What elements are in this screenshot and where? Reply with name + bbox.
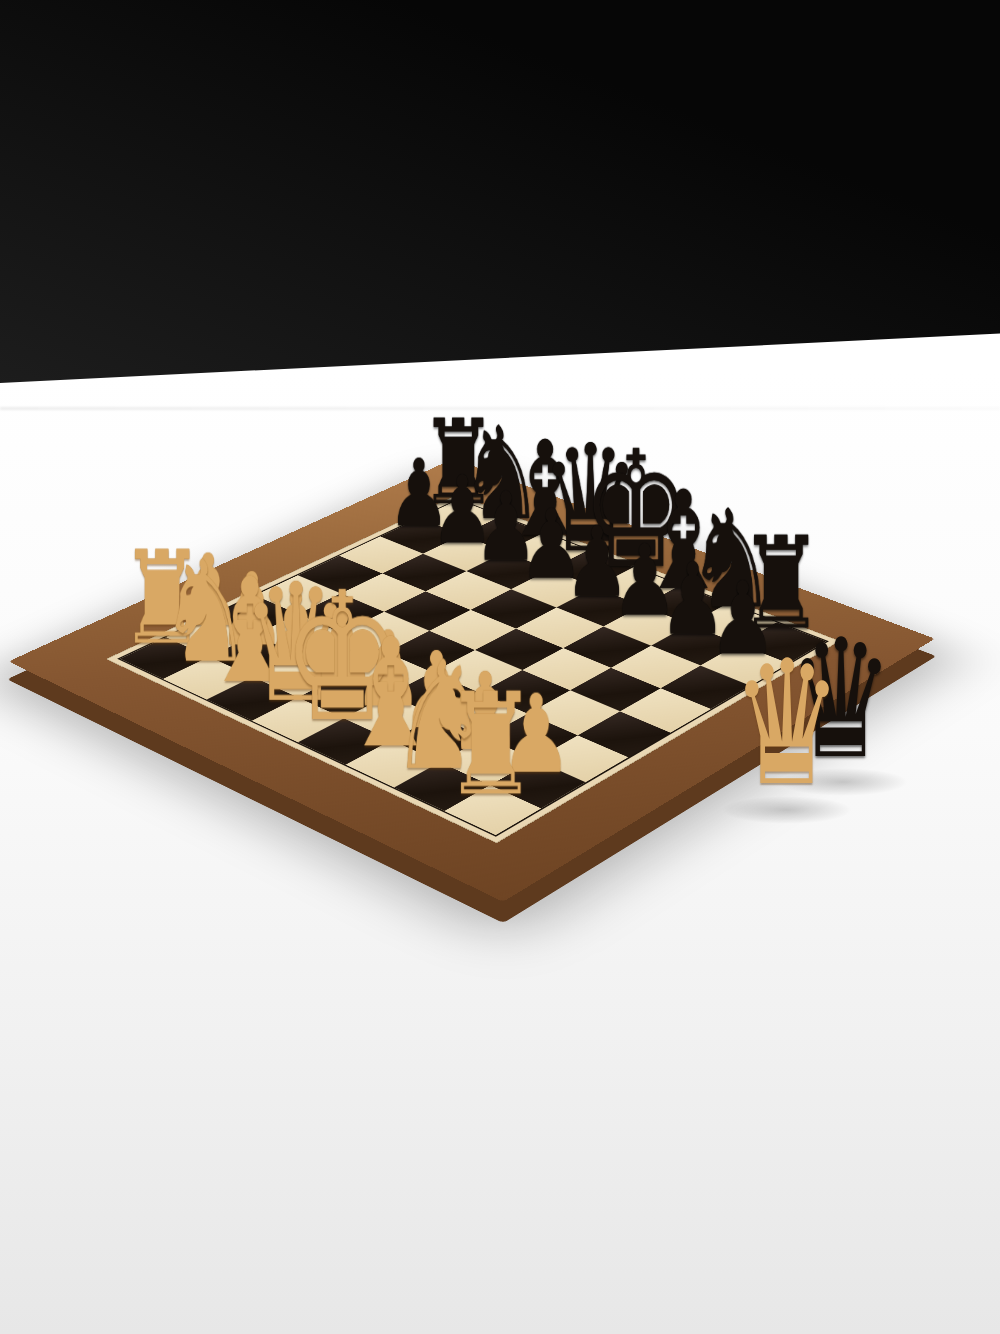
studio-photo: ♜♞♝♛♚♝♞♜♟♟♟♟♟♟♟♟♟♟♟♟♟♟♟♟♜♞♝♛♚♝♞♜ ♛ ♛ xyxy=(0,0,1000,1334)
square-h1[interactable]: ♜ xyxy=(444,785,541,835)
board-inlay-border: ♜♞♝♛♚♝♞♜♟♟♟♟♟♟♟♟♟♟♟♟♟♟♟♟♜♞♝♛♚♝♞♜ xyxy=(106,494,840,843)
white-rook-h1[interactable]: ♜ xyxy=(416,674,565,815)
extra-white-queen[interactable]: ♛ xyxy=(731,638,842,810)
board-scene: ♜♞♝♛♚♝♞♜♟♟♟♟♟♟♟♟♟♟♟♟♟♟♟♟♜♞♝♛♚♝♞♜ xyxy=(147,322,803,978)
